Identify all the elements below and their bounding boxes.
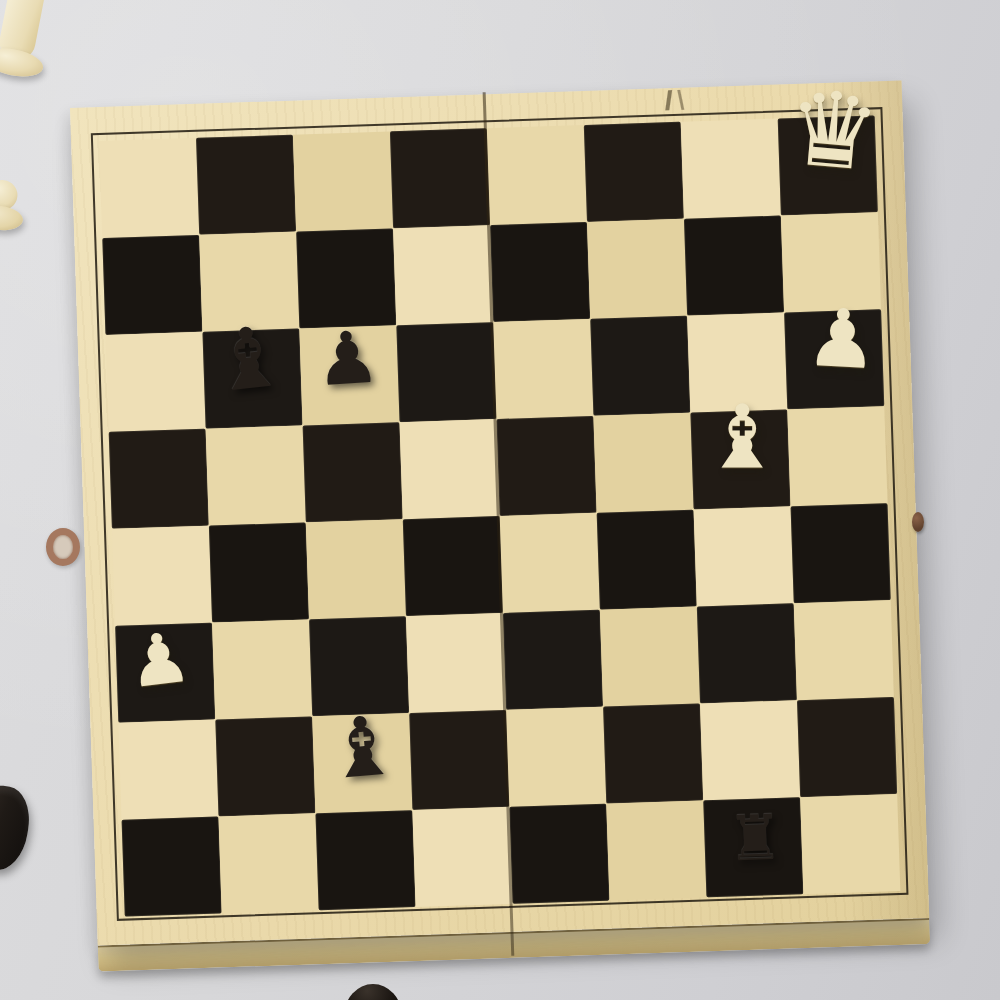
square-g2[interactable] xyxy=(700,700,800,800)
square-e8[interactable] xyxy=(487,125,587,225)
square-e6[interactable] xyxy=(493,319,593,419)
square-f6[interactable] xyxy=(590,316,690,416)
square-d1[interactable] xyxy=(412,807,512,907)
white-pawn-h6[interactable]: ♟ xyxy=(804,297,880,381)
square-h4[interactable] xyxy=(791,503,891,603)
white-bishop-g5[interactable]: ♝ xyxy=(702,393,781,481)
black-bishop-c2[interactable]: ♝ xyxy=(322,703,402,791)
offboard-white-piece-top-left[interactable] xyxy=(0,0,68,115)
square-d3[interactable] xyxy=(406,613,506,713)
square-c1[interactable] xyxy=(315,810,415,910)
square-a7[interactable] xyxy=(102,235,202,335)
square-a4[interactable] xyxy=(112,526,212,626)
square-c6[interactable]: ♟ xyxy=(299,325,399,425)
square-e4[interactable] xyxy=(500,513,600,613)
square-g7[interactable] xyxy=(684,216,784,316)
square-c7[interactable] xyxy=(296,228,396,328)
square-e5[interactable] xyxy=(496,416,596,516)
square-b6[interactable]: ♝ xyxy=(202,329,302,429)
square-c8[interactable] xyxy=(293,131,393,231)
square-d6[interactable] xyxy=(396,322,496,422)
white-queen-h8[interactable]: ♛ xyxy=(782,74,884,186)
board-clasp-knob xyxy=(912,512,924,532)
black-pawn-c6[interactable]: ♟ xyxy=(312,320,381,396)
square-a2[interactable] xyxy=(118,720,218,820)
square-a6[interactable] xyxy=(105,332,205,432)
square-g5[interactable]: ♝ xyxy=(690,409,790,509)
square-f4[interactable] xyxy=(597,510,697,610)
square-a1[interactable] xyxy=(122,816,222,916)
chess-board: ♛♝♟♟♝♟♝♜ xyxy=(70,80,930,969)
square-d5[interactable] xyxy=(400,419,500,519)
square-h8[interactable]: ♛ xyxy=(778,115,878,215)
clasp-ring xyxy=(46,528,80,566)
square-f8[interactable] xyxy=(584,122,684,222)
square-e1[interactable] xyxy=(509,804,609,904)
square-h1[interactable] xyxy=(800,794,900,894)
square-f2[interactable] xyxy=(603,703,703,803)
square-e3[interactable] xyxy=(503,610,603,710)
square-c4[interactable] xyxy=(306,519,406,619)
square-d4[interactable] xyxy=(403,516,503,616)
square-h2[interactable] xyxy=(797,697,897,797)
square-h6[interactable]: ♟ xyxy=(784,309,884,409)
square-f5[interactable] xyxy=(593,413,693,513)
square-a5[interactable] xyxy=(109,429,209,529)
square-b4[interactable] xyxy=(209,522,309,622)
board-grid: ♛♝♟♟♝♟♝♜ xyxy=(99,115,900,916)
white-pawn-a3[interactable]: ♟ xyxy=(123,621,194,698)
square-a3[interactable]: ♟ xyxy=(115,623,215,723)
square-b3[interactable] xyxy=(212,619,312,719)
square-a8[interactable] xyxy=(99,138,199,238)
square-f1[interactable] xyxy=(606,800,706,900)
offboard-black-piece-left[interactable] xyxy=(0,782,34,873)
square-f7[interactable] xyxy=(587,219,687,319)
table-surface: ♛♝♟♟♝♟♝♜ xyxy=(0,0,1000,1000)
square-g4[interactable] xyxy=(694,506,794,606)
square-g3[interactable] xyxy=(697,603,797,703)
black-rook-g1[interactable]: ♜ xyxy=(726,806,784,870)
square-c5[interactable] xyxy=(303,422,403,522)
square-h3[interactable] xyxy=(794,600,894,700)
square-b1[interactable] xyxy=(219,813,319,913)
board-top-face: ♛♝♟♟♝♟♝♜ xyxy=(70,80,929,945)
offboard-black-piece-bottom[interactable] xyxy=(344,984,402,1000)
square-b2[interactable] xyxy=(215,716,315,816)
piece-base xyxy=(0,204,24,233)
square-g1[interactable]: ♜ xyxy=(703,797,803,897)
square-d2[interactable] xyxy=(409,710,509,810)
square-h5[interactable] xyxy=(787,406,887,506)
square-f3[interactable] xyxy=(600,607,700,707)
black-bishop-b6[interactable]: ♝ xyxy=(206,313,290,404)
square-b5[interactable] xyxy=(206,425,306,525)
square-d7[interactable] xyxy=(393,225,493,325)
offboard-white-pawn-left[interactable] xyxy=(0,178,28,259)
square-g8[interactable] xyxy=(681,119,781,219)
square-c2[interactable]: ♝ xyxy=(312,713,412,813)
wood-scuff-mark xyxy=(646,89,701,111)
square-e2[interactable] xyxy=(506,707,606,807)
square-e7[interactable] xyxy=(490,222,590,322)
square-d8[interactable] xyxy=(390,128,490,228)
square-b8[interactable] xyxy=(196,135,296,235)
